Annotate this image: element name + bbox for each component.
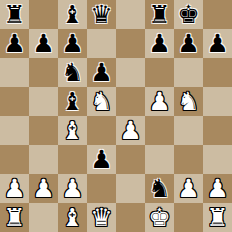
- square-f2[interactable]: ♞: [145, 174, 174, 203]
- square-c2[interactable]: ♟: [58, 174, 87, 203]
- piece-black-queen: ♛: [90, 0, 112, 29]
- square-b2[interactable]: ♟: [29, 174, 58, 203]
- square-h7[interactable]: ♟: [203, 29, 232, 58]
- square-c8[interactable]: ♝: [58, 0, 87, 29]
- piece-white-bishop: ♝: [61, 116, 83, 145]
- square-c3[interactable]: [58, 145, 87, 174]
- square-h8[interactable]: [203, 0, 232, 29]
- square-d7[interactable]: [87, 29, 116, 58]
- square-a6[interactable]: [0, 58, 29, 87]
- piece-white-queen: ♛: [90, 203, 112, 232]
- square-f1[interactable]: ♚: [145, 203, 174, 232]
- square-f4[interactable]: [145, 116, 174, 145]
- square-b4[interactable]: [29, 116, 58, 145]
- square-g1[interactable]: [174, 203, 203, 232]
- piece-white-pawn: ♟: [206, 174, 228, 203]
- square-e2[interactable]: [116, 174, 145, 203]
- square-f8[interactable]: ♜: [145, 0, 174, 29]
- square-e1[interactable]: [116, 203, 145, 232]
- square-c4[interactable]: ♝: [58, 116, 87, 145]
- square-a8[interactable]: ♜: [0, 0, 29, 29]
- square-a3[interactable]: [0, 145, 29, 174]
- square-a4[interactable]: [0, 116, 29, 145]
- piece-white-pawn: ♟: [61, 174, 83, 203]
- square-f7[interactable]: ♟: [145, 29, 174, 58]
- piece-black-knight: ♞: [148, 174, 170, 203]
- square-g4[interactable]: [174, 116, 203, 145]
- square-g6[interactable]: [174, 58, 203, 87]
- square-e5[interactable]: [116, 87, 145, 116]
- square-b8[interactable]: [29, 0, 58, 29]
- piece-white-knight: ♞: [177, 87, 199, 116]
- square-d1[interactable]: ♛: [87, 203, 116, 232]
- chess-board: ♜♝♛♜♚♟♟♟♟♟♟♞♟♝♞♟♞♝♟♟♟♟♟♞♟♟♜♝♛♚♜: [0, 0, 232, 232]
- square-a5[interactable]: [0, 87, 29, 116]
- square-b7[interactable]: ♟: [29, 29, 58, 58]
- square-g3[interactable]: [174, 145, 203, 174]
- square-f6[interactable]: [145, 58, 174, 87]
- square-c5[interactable]: ♝: [58, 87, 87, 116]
- square-d5[interactable]: ♞: [87, 87, 116, 116]
- piece-black-knight: ♞: [61, 58, 83, 87]
- square-e4[interactable]: ♟: [116, 116, 145, 145]
- square-g5[interactable]: ♞: [174, 87, 203, 116]
- square-h6[interactable]: [203, 58, 232, 87]
- piece-white-bishop: ♝: [61, 203, 83, 232]
- piece-white-rook: ♜: [3, 203, 25, 232]
- square-f5[interactable]: ♟: [145, 87, 174, 116]
- square-a2[interactable]: ♟: [0, 174, 29, 203]
- square-d8[interactable]: ♛: [87, 0, 116, 29]
- square-h5[interactable]: [203, 87, 232, 116]
- square-b5[interactable]: [29, 87, 58, 116]
- square-h3[interactable]: [203, 145, 232, 174]
- square-h2[interactable]: ♟: [203, 174, 232, 203]
- square-d4[interactable]: [87, 116, 116, 145]
- piece-black-rook: ♜: [3, 0, 25, 29]
- piece-black-pawn: ♟: [32, 29, 54, 58]
- square-c1[interactable]: ♝: [58, 203, 87, 232]
- piece-black-rook: ♜: [148, 0, 170, 29]
- square-f3[interactable]: [145, 145, 174, 174]
- piece-black-bishop: ♝: [61, 0, 83, 29]
- square-a1[interactable]: ♜: [0, 203, 29, 232]
- square-g2[interactable]: ♟: [174, 174, 203, 203]
- piece-black-pawn: ♟: [90, 58, 112, 87]
- piece-black-bishop: ♝: [61, 87, 83, 116]
- square-d3[interactable]: ♟: [87, 145, 116, 174]
- piece-white-pawn: ♟: [32, 174, 54, 203]
- piece-black-pawn: ♟: [3, 29, 25, 58]
- square-b3[interactable]: [29, 145, 58, 174]
- piece-black-pawn: ♟: [177, 29, 199, 58]
- square-b6[interactable]: [29, 58, 58, 87]
- square-h4[interactable]: [203, 116, 232, 145]
- piece-white-rook: ♜: [206, 203, 228, 232]
- square-a7[interactable]: ♟: [0, 29, 29, 58]
- square-b1[interactable]: [29, 203, 58, 232]
- square-h1[interactable]: ♜: [203, 203, 232, 232]
- piece-black-pawn: ♟: [206, 29, 228, 58]
- piece-white-pawn: ♟: [177, 174, 199, 203]
- piece-white-pawn: ♟: [148, 87, 170, 116]
- piece-black-king: ♚: [177, 0, 199, 29]
- piece-white-pawn: ♟: [119, 116, 141, 145]
- square-e6[interactable]: [116, 58, 145, 87]
- square-e8[interactable]: [116, 0, 145, 29]
- square-c7[interactable]: ♟: [58, 29, 87, 58]
- piece-black-pawn: ♟: [148, 29, 170, 58]
- square-g7[interactable]: ♟: [174, 29, 203, 58]
- square-e7[interactable]: [116, 29, 145, 58]
- square-d6[interactable]: ♟: [87, 58, 116, 87]
- square-d2[interactable]: [87, 174, 116, 203]
- piece-white-knight: ♞: [90, 87, 112, 116]
- piece-black-pawn: ♟: [61, 29, 83, 58]
- piece-white-pawn: ♟: [3, 174, 25, 203]
- piece-black-pawn: ♟: [90, 145, 112, 174]
- square-c6[interactable]: ♞: [58, 58, 87, 87]
- square-g8[interactable]: ♚: [174, 0, 203, 29]
- square-e3[interactable]: [116, 145, 145, 174]
- piece-white-king: ♚: [148, 203, 170, 232]
